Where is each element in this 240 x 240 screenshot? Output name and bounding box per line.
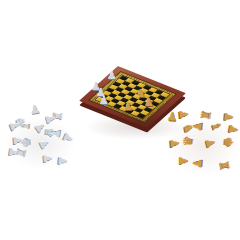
chessboard (79, 66, 186, 128)
silver-pile-shadow (4, 116, 76, 170)
scattered-piece-silver-pawn: ♟ (7, 146, 21, 159)
scattered-piece-gold-pawn: ♟ (177, 155, 189, 166)
scattered-piece-gold-pawn: ♟ (191, 158, 204, 170)
scattered-piece-silver-pawn: ♟ (43, 112, 57, 126)
scattered-piece-gold-pawn: ♟ (168, 138, 181, 150)
scattered-piece-silver-pawn: ♟ (7, 119, 22, 133)
scattered-piece-silver-pawn: ♟ (56, 155, 69, 167)
scattered-piece-silver-pawn: ♟ (60, 130, 75, 145)
scattered-piece-gold-pawn: ♟ (191, 121, 204, 133)
scattered-piece-gold-king: ♚ (222, 136, 235, 148)
board-square (137, 113, 146, 118)
product-photo: ♟♟♟♟♞♟♟♟♜♟♞♟♝♟♛♟♟♟♚♟♟♜♟♟♟♟♜♟♞♟♝♟♟♛♟♚♟♟♜ (0, 0, 240, 240)
scattered-piece-gold-knight: ♞ (182, 122, 196, 135)
scattered-piece-gold-queen: ♛ (181, 135, 195, 148)
scattered-piece-gold-pawn: ♟ (227, 123, 240, 136)
scattered-piece-silver-pawn: ♟ (11, 135, 24, 147)
gold-pile-shadow (166, 116, 240, 176)
scattered-piece-silver-bishop: ♝ (18, 121, 31, 133)
scattered-piece-silver-queen: ♛ (43, 126, 57, 139)
scattered-piece-silver-rook: ♜ (51, 110, 64, 122)
scattered-piece-gold-rook: ♜ (199, 109, 213, 122)
scattered-piece-gold-pawn: ♟ (177, 109, 190, 121)
scattered-piece-silver-rook: ♜ (13, 146, 27, 160)
scattered-piece-silver-pawn: ♟ (41, 153, 54, 165)
scattered-piece-silver-king: ♚ (19, 137, 32, 149)
scattered-piece-silver-knight: ♞ (14, 116, 26, 127)
scattered-piece-gold-bishop: ♝ (209, 119, 224, 133)
scattered-piece-silver-pawn: ♟ (36, 136, 51, 151)
scattered-piece-silver-pawn: ♟ (49, 127, 63, 140)
scattered-piece-gold-rook: ♜ (218, 159, 232, 172)
scattered-piece-silver-pawn: ♟ (29, 103, 41, 116)
scattered-piece-silver-pawn: ♟ (32, 120, 48, 136)
scattered-piece-gold-pawn: ♟ (222, 111, 235, 123)
scattered-piece-gold-pawn: ♟ (203, 136, 217, 150)
